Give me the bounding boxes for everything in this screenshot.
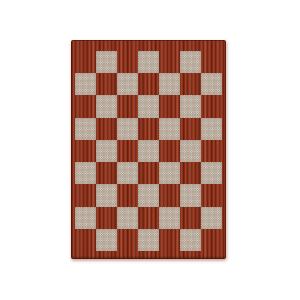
square-r2c5 — [159, 73, 180, 95]
square-r7c7 — [201, 184, 222, 206]
square-r3c6 — [180, 95, 201, 117]
square-r1c4 — [138, 51, 159, 73]
square-r6c5 — [159, 162, 180, 184]
square-r8c7 — [201, 207, 222, 229]
square-r5c7 — [201, 140, 222, 162]
square-r5c2 — [96, 140, 117, 162]
product-photo — [0, 0, 300, 300]
square-r2c3 — [117, 73, 138, 95]
square-r3c4 — [138, 95, 159, 117]
square-r3c7 — [201, 95, 222, 117]
square-r3c3 — [117, 95, 138, 117]
square-r8c5 — [159, 207, 180, 229]
square-r5c3 — [117, 140, 138, 162]
square-r4c5 — [159, 118, 180, 140]
square-r4c2 — [96, 118, 117, 140]
square-r1c3 — [117, 51, 138, 73]
square-r6c7 — [201, 162, 222, 184]
square-r4c3 — [117, 118, 138, 140]
square-r1c7 — [201, 51, 222, 73]
square-r9c1 — [75, 229, 96, 251]
square-r1c2 — [96, 51, 117, 73]
square-r2c4 — [138, 73, 159, 95]
square-r8c3 — [117, 207, 138, 229]
square-r7c3 — [117, 184, 138, 206]
square-r3c2 — [96, 95, 117, 117]
square-r9c7 — [201, 229, 222, 251]
square-r5c1 — [75, 140, 96, 162]
square-r9c4 — [138, 229, 159, 251]
checkerboard-rug — [71, 40, 226, 259]
checkerboard-grid — [75, 51, 222, 251]
square-r7c1 — [75, 184, 96, 206]
square-r5c4 — [138, 140, 159, 162]
square-r4c6 — [180, 118, 201, 140]
square-r6c4 — [138, 162, 159, 184]
square-r3c5 — [159, 95, 180, 117]
square-r9c2 — [96, 229, 117, 251]
square-r9c3 — [117, 229, 138, 251]
square-r2c6 — [180, 73, 201, 95]
square-r7c2 — [96, 184, 117, 206]
square-r3c1 — [75, 95, 96, 117]
square-r1c6 — [180, 51, 201, 73]
square-r2c1 — [75, 73, 96, 95]
square-r2c7 — [201, 73, 222, 95]
square-r8c2 — [96, 207, 117, 229]
square-r1c1 — [75, 51, 96, 73]
square-r8c6 — [180, 207, 201, 229]
square-r1c5 — [159, 51, 180, 73]
square-r7c5 — [159, 184, 180, 206]
square-r5c6 — [180, 140, 201, 162]
square-r6c6 — [180, 162, 201, 184]
square-r5c5 — [159, 140, 180, 162]
square-r6c1 — [75, 162, 96, 184]
square-r6c3 — [117, 162, 138, 184]
square-r8c4 — [138, 207, 159, 229]
square-r9c5 — [159, 229, 180, 251]
square-r6c2 — [96, 162, 117, 184]
square-r9c6 — [180, 229, 201, 251]
square-r4c7 — [201, 118, 222, 140]
square-r7c6 — [180, 184, 201, 206]
square-r4c1 — [75, 118, 96, 140]
square-r7c4 — [138, 184, 159, 206]
square-r8c1 — [75, 207, 96, 229]
square-r2c2 — [96, 73, 117, 95]
square-r4c4 — [138, 118, 159, 140]
